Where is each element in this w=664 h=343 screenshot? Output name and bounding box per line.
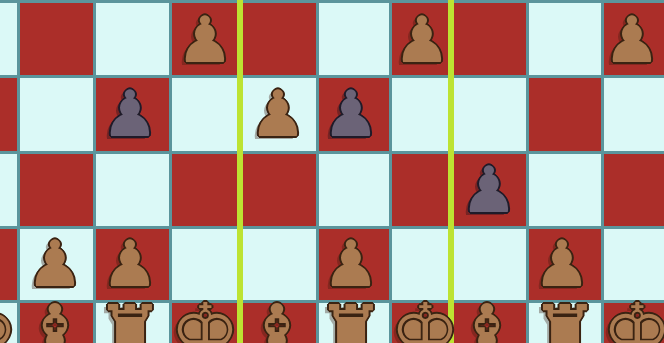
board-square[interactable]	[390, 152, 451, 227]
chess-piece-brown-king[interactable]: ♚	[170, 293, 240, 343]
board-square[interactable]	[527, 0, 602, 77]
chess-piece-brown-rook[interactable]: ♜	[530, 295, 600, 343]
board-square[interactable]	[240, 0, 317, 77]
chess-piece-dark-pawn[interactable]: ♟	[101, 82, 158, 146]
chess-piece-brown-pawn[interactable]: ♟	[26, 232, 83, 296]
chess-piece-brown-pawn[interactable]: ♟	[393, 8, 450, 72]
chess-piece-brown-pawn[interactable]: ♟	[603, 8, 660, 72]
board-square[interactable]	[18, 152, 94, 227]
chess-piece-brown-pawn[interactable]: ♟	[101, 232, 158, 296]
board-square[interactable]	[18, 0, 94, 77]
chess-piece-brown-pawn[interactable]: ♟	[533, 232, 590, 296]
chess-piece-brown-pawn[interactable]: ♟	[249, 82, 306, 146]
board-square[interactable]	[18, 77, 94, 152]
board-square[interactable]	[527, 152, 602, 227]
board-square[interactable]	[0, 152, 18, 227]
board-square[interactable]	[0, 77, 18, 152]
chess-piece-brown-rook[interactable]: ♜	[316, 295, 386, 343]
chess-piece-brown-king[interactable]: ♚	[390, 293, 460, 343]
board-square[interactable]	[317, 0, 390, 77]
board-square[interactable]	[390, 77, 451, 152]
chess-piece-brown-rook[interactable]: ♜	[95, 295, 165, 343]
chess-piece-brown-king[interactable]: ♚	[602, 293, 664, 343]
chess-piece-brown-king[interactable]: ♚	[0, 293, 18, 343]
horizontal-gridline	[0, 151, 664, 154]
board-square[interactable]	[170, 77, 240, 152]
chess-piece-brown-bishop[interactable]: ♝	[452, 294, 522, 343]
chess-piece-brown-bishop[interactable]: ♝	[20, 294, 90, 343]
game-board: ♟♟♟♟♟♟♟♟♟♟♟♚♝♜♚♝♜♚♝♜♚	[0, 0, 664, 343]
board-square[interactable]	[602, 152, 664, 227]
chess-piece-dark-pawn[interactable]: ♟	[460, 158, 517, 222]
board-square[interactable]	[0, 0, 18, 77]
board-square[interactable]	[451, 77, 527, 152]
board-square[interactable]	[240, 152, 317, 227]
board-square[interactable]	[317, 152, 390, 227]
board-square[interactable]	[602, 77, 664, 152]
board-square[interactable]	[94, 152, 170, 227]
chess-piece-brown-pawn[interactable]: ♟	[176, 8, 233, 72]
chess-piece-brown-pawn[interactable]: ♟	[322, 232, 379, 296]
board-square[interactable]	[451, 0, 527, 77]
board-square[interactable]	[94, 0, 170, 77]
chess-piece-brown-bishop[interactable]: ♝	[242, 294, 312, 343]
horizontal-gridline	[0, 0, 664, 3]
vertical-gridline	[526, 0, 529, 343]
board-square[interactable]	[527, 77, 602, 152]
board-square[interactable]	[170, 152, 240, 227]
chess-piece-dark-pawn[interactable]: ♟	[322, 82, 379, 146]
